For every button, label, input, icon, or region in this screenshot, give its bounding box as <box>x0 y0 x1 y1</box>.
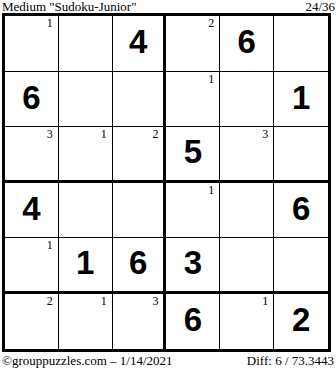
cell-r4c6: 6 <box>274 183 328 239</box>
cell-r6c1: 2 <box>5 294 59 350</box>
difficulty-text: Diff: 6 / 73.3443 <box>247 354 334 368</box>
cell-r2c5 <box>220 72 274 128</box>
cell-r1c5: 6 <box>220 16 274 72</box>
corner-mark: 1 <box>208 183 214 198</box>
given-digit: 4 <box>22 192 40 225</box>
cell-r1c1: 1 <box>5 16 59 72</box>
cell-r2c2 <box>59 72 113 128</box>
cell-r6c4: 6 <box>166 294 220 350</box>
corner-mark: 3 <box>152 294 158 309</box>
given-digit: 3 <box>184 246 202 279</box>
sudoku-board: 1 4 2 6 6 1 1 3 1 2 5 3 4 1 6 1 1 6 3 2 … <box>2 13 331 352</box>
corner-mark: 2 <box>152 127 158 142</box>
cell-r3c5: 3 <box>220 127 274 183</box>
cell-r4c2 <box>59 183 113 239</box>
corner-mark: 1 <box>208 72 214 87</box>
corner-mark: 1 <box>47 16 53 31</box>
corner-mark: 1 <box>101 127 107 142</box>
puzzle-counter: 24/36 <box>305 0 335 13</box>
cell-r2c1: 6 <box>5 72 59 128</box>
given-digit: 2 <box>292 303 310 336</box>
cell-r5c5 <box>220 238 274 294</box>
given-digit: 1 <box>76 246 94 279</box>
cell-r6c2: 1 <box>59 294 113 350</box>
given-digit: 6 <box>129 246 147 279</box>
corner-mark: 3 <box>262 127 268 142</box>
cell-r3c6 <box>274 127 328 183</box>
cell-r5c3: 6 <box>113 238 167 294</box>
given-digit: 6 <box>238 25 256 58</box>
corner-mark: 1 <box>262 294 268 309</box>
cell-r4c5 <box>220 183 274 239</box>
cell-r6c5: 1 <box>220 294 274 350</box>
cell-r5c1: 1 <box>5 238 59 294</box>
cell-r2c6: 1 <box>274 72 328 128</box>
corner-mark: 1 <box>101 294 107 309</box>
corner-mark: 1 <box>47 238 53 253</box>
cell-r4c1: 4 <box>5 183 59 239</box>
cell-r6c6: 2 <box>274 294 328 350</box>
copyright-text: ©grouppuzzles.com – 1/14/2021 <box>2 354 173 368</box>
cell-r1c4: 2 <box>166 16 220 72</box>
corner-mark: 2 <box>208 16 214 31</box>
cell-r1c3: 4 <box>113 16 167 72</box>
header: Medium "Sudoku-Junior" 24/36 <box>0 0 336 13</box>
corner-mark: 2 <box>47 294 53 309</box>
cell-r2c3 <box>113 72 167 128</box>
given-digit: 1 <box>292 81 310 114</box>
cell-r3c2: 1 <box>59 127 113 183</box>
cell-r3c3: 2 <box>113 127 167 183</box>
cell-r3c4: 5 <box>166 127 220 183</box>
cell-r5c6 <box>274 238 328 294</box>
given-digit: 6 <box>292 192 310 225</box>
cell-r6c3: 3 <box>113 294 167 350</box>
cell-r1c2 <box>59 16 113 72</box>
cell-r4c4: 1 <box>166 183 220 239</box>
cell-r3c1: 3 <box>5 127 59 183</box>
cell-r2c4: 1 <box>166 72 220 128</box>
given-digit: 5 <box>184 135 202 168</box>
cell-r1c6 <box>274 16 328 72</box>
cell-r5c2: 1 <box>59 238 113 294</box>
given-digit: 6 <box>22 81 40 114</box>
corner-mark: 3 <box>47 127 53 142</box>
cell-r4c3 <box>113 183 167 239</box>
given-digit: 6 <box>184 303 202 336</box>
footer: ©grouppuzzles.com – 1/14/2021 Diff: 6 / … <box>0 352 336 368</box>
given-digit: 4 <box>129 25 147 58</box>
cell-r5c4: 3 <box>166 238 220 294</box>
puzzle-title: Medium "Sudoku-Junior" <box>2 0 136 13</box>
